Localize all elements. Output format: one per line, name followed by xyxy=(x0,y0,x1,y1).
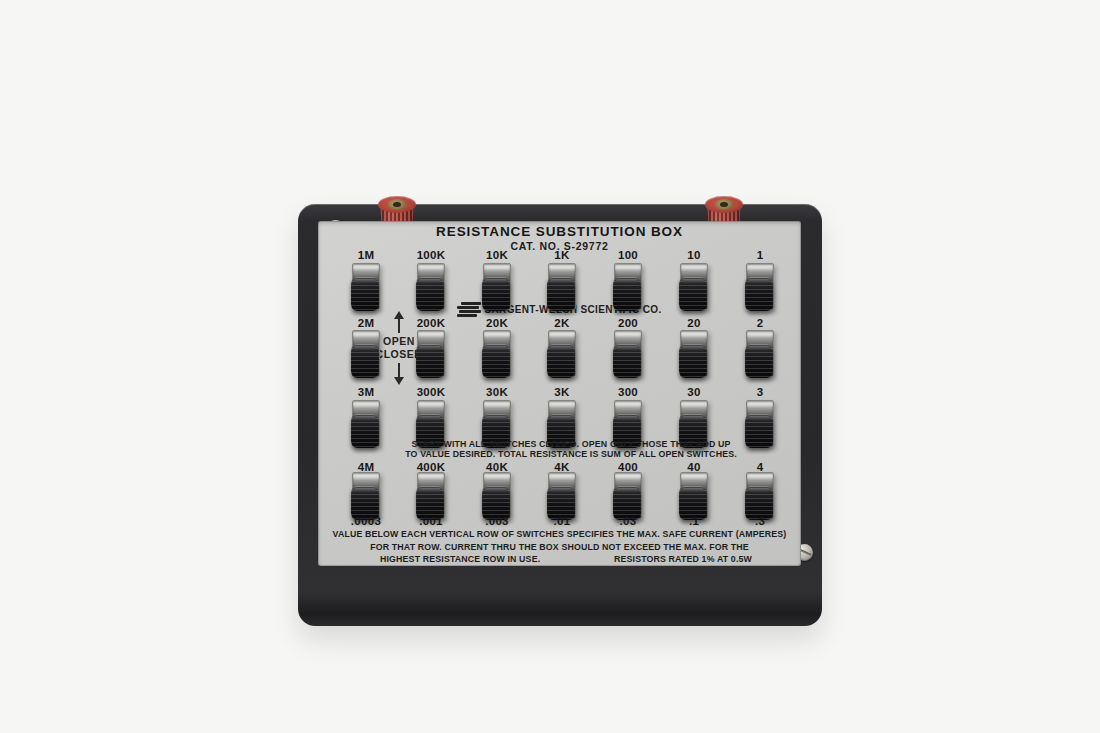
slide-switch-400K[interactable] xyxy=(417,472,445,519)
max-current-label-.03: .03 xyxy=(620,515,637,527)
slide-switch-1M[interactable] xyxy=(352,263,380,310)
max-current-label-.001: .001 xyxy=(419,515,443,527)
middle-instructions: START WITH ALL SWITCHES CLOSED. OPEN ONL… xyxy=(388,440,754,460)
resistance-label-1: 1 xyxy=(757,249,764,261)
bottom-instructions-line3: HIGHEST RESISTANCE ROW IN USE. RESISTORS… xyxy=(380,554,752,564)
max-current-label-.1: .1 xyxy=(689,515,699,527)
slide-switch-4[interactable] xyxy=(746,472,774,519)
switch-knob-3M[interactable] xyxy=(351,414,379,448)
resistance-label-1M: 1M xyxy=(358,249,375,261)
photo-background: RESISTANCE SUBSTITUTION BOX CAT. NO. S-2… xyxy=(0,0,1100,733)
switch-knob-1M[interactable] xyxy=(351,277,379,311)
slide-switch-2[interactable] xyxy=(746,330,774,377)
switch-knob-200[interactable] xyxy=(613,344,641,378)
slide-switch-4M[interactable] xyxy=(352,472,380,519)
arrow-up-icon xyxy=(394,311,404,333)
max-current-label-.01: .01 xyxy=(554,515,571,527)
slide-switch-3M[interactable] xyxy=(352,400,380,447)
resistance-label-30: 30 xyxy=(687,386,700,398)
panel-title: RESISTANCE SUBSTITUTION BOX xyxy=(318,224,801,239)
switch-knob-10[interactable] xyxy=(679,277,707,311)
resistance-label-2K: 2K xyxy=(554,317,569,329)
switch-knob-2K[interactable] xyxy=(547,344,575,378)
resistance-label-10: 10 xyxy=(687,249,700,261)
switch-knob-1K[interactable] xyxy=(547,277,575,311)
resistance-label-300K: 300K xyxy=(417,386,446,398)
switch-knob-100K[interactable] xyxy=(416,277,444,311)
resistance-label-3M: 3M xyxy=(358,386,375,398)
slide-switch-1[interactable] xyxy=(746,263,774,310)
slide-switch-400[interactable] xyxy=(614,472,642,519)
resistance-label-20: 20 xyxy=(687,317,700,329)
resistance-label-20K: 20K xyxy=(486,317,508,329)
slide-switch-200K[interactable] xyxy=(417,330,445,377)
sargent-welch-logo-icon xyxy=(457,302,481,317)
open-label: OPEN xyxy=(383,335,415,347)
arrow-down-icon xyxy=(394,363,404,385)
slide-switch-40K[interactable] xyxy=(483,472,511,519)
resistance-label-200: 200 xyxy=(618,317,638,329)
resistance-label-3K: 3K xyxy=(554,386,569,398)
slide-switch-4K[interactable] xyxy=(548,472,576,519)
slide-switch-20[interactable] xyxy=(680,330,708,377)
binding-post-left-hole xyxy=(388,199,406,210)
resistance-label-30K: 30K xyxy=(486,386,508,398)
slide-switch-40[interactable] xyxy=(680,472,708,519)
switch-knob-2M[interactable] xyxy=(351,344,379,378)
resistance-label-1K: 1K xyxy=(554,249,569,261)
resistance-substitution-box: RESISTANCE SUBSTITUTION BOX CAT. NO. S-2… xyxy=(298,204,822,626)
resistance-label-10K: 10K xyxy=(486,249,508,261)
max-current-label-.3: .3 xyxy=(755,515,765,527)
switch-knob-2[interactable] xyxy=(745,344,773,378)
binding-post-right-hole xyxy=(715,199,733,210)
resistance-label-200K: 200K xyxy=(417,317,446,329)
slide-switch-2M[interactable] xyxy=(352,330,380,377)
slide-switch-10K[interactable] xyxy=(483,263,511,310)
resistance-label-2M: 2M xyxy=(358,317,375,329)
switch-knob-1[interactable] xyxy=(745,277,773,311)
slide-switch-20K[interactable] xyxy=(483,330,511,377)
switch-knob-20[interactable] xyxy=(679,344,707,378)
max-current-label-.003: .003 xyxy=(485,515,509,527)
slide-switch-100[interactable] xyxy=(614,263,642,310)
slide-switch-2K[interactable] xyxy=(548,330,576,377)
switch-knob-100[interactable] xyxy=(613,277,641,311)
front-panel: RESISTANCE SUBSTITUTION BOX CAT. NO. S-2… xyxy=(318,221,801,566)
rating-note: RESISTORS RATED 1% AT 0.5W xyxy=(614,554,752,564)
slide-switch-200[interactable] xyxy=(614,330,642,377)
bottom-instructions: VALUE BELOW EACH VERTICAL ROW OF SWITCHE… xyxy=(318,528,801,554)
resistance-label-3: 3 xyxy=(757,386,764,398)
resistance-label-100K: 100K xyxy=(417,249,446,261)
slide-switch-10[interactable] xyxy=(680,263,708,310)
resistance-label-2: 2 xyxy=(757,317,764,329)
binding-post-right-top xyxy=(705,196,743,213)
slide-switch-1K[interactable] xyxy=(548,263,576,310)
bottom-instructions-left: HIGHEST RESISTANCE ROW IN USE. xyxy=(380,554,540,564)
resistance-label-100: 100 xyxy=(618,249,638,261)
switch-knob-20K[interactable] xyxy=(482,344,510,378)
binding-post-left-top xyxy=(378,196,416,213)
max-current-label-.0003: .0003 xyxy=(351,515,381,527)
switch-knob-200K[interactable] xyxy=(416,344,444,378)
resistance-label-300: 300 xyxy=(618,386,638,398)
switch-knob-10K[interactable] xyxy=(482,277,510,311)
slide-switch-100K[interactable] xyxy=(417,263,445,310)
